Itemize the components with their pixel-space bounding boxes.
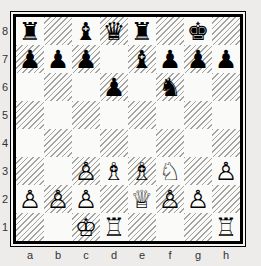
square-c7[interactable]: ♟ [72, 45, 100, 73]
square-d1[interactable]: ♖ [100, 213, 128, 241]
square-a5[interactable] [16, 101, 44, 129]
square-h4[interactable] [212, 129, 240, 157]
square-c1[interactable]: ♔ [72, 213, 100, 241]
square-g1[interactable] [184, 213, 212, 241]
square-a1[interactable] [16, 213, 44, 241]
rank-labels: 87654321 [0, 17, 10, 241]
square-d4[interactable] [100, 129, 128, 157]
square-e1[interactable] [128, 213, 156, 241]
black-pawn: ♟ [212, 45, 240, 73]
rank-label-3: 3 [0, 157, 10, 185]
square-g8[interactable]: ♚ [184, 17, 212, 45]
square-g2[interactable]: ♙ [184, 185, 212, 213]
square-b6[interactable] [44, 73, 72, 101]
black-rook: ♜ [128, 17, 156, 45]
black-pawn: ♟ [184, 45, 212, 73]
file-label-f: f [156, 248, 184, 264]
rank-label-6: 6 [0, 73, 10, 101]
square-b8[interactable] [44, 17, 72, 45]
square-f8[interactable] [156, 17, 184, 45]
square-g3[interactable] [184, 157, 212, 185]
white-queen: ♕ [128, 185, 156, 213]
rank-label-8: 8 [0, 17, 10, 45]
square-c4[interactable] [72, 129, 100, 157]
square-f4[interactable] [156, 129, 184, 157]
white-pawn: ♙ [184, 185, 212, 213]
white-king: ♔ [72, 213, 100, 241]
rank-label-4: 4 [0, 129, 10, 157]
square-f6[interactable]: ♞ [156, 73, 184, 101]
square-a4[interactable] [16, 129, 44, 157]
square-b5[interactable] [44, 101, 72, 129]
white-pawn: ♙ [72, 157, 100, 185]
square-c8[interactable]: ♝ [72, 17, 100, 45]
square-d2[interactable] [100, 185, 128, 213]
file-label-c: c [72, 248, 100, 264]
rank-label-2: 2 [0, 185, 10, 213]
square-c2[interactable]: ♙ [72, 185, 100, 213]
square-c6[interactable] [72, 73, 100, 101]
black-bishop: ♝ [128, 45, 156, 73]
white-pawn: ♙ [16, 185, 44, 213]
square-d3[interactable]: ♗ [100, 157, 128, 185]
square-c5[interactable] [72, 101, 100, 129]
black-pawn: ♟ [72, 45, 100, 73]
square-e8[interactable]: ♜ [128, 17, 156, 45]
file-label-e: e [128, 248, 156, 264]
square-d5[interactable] [100, 101, 128, 129]
square-d6[interactable]: ♟ [100, 73, 128, 101]
white-pawn: ♙ [72, 185, 100, 213]
white-knight: ♘ [156, 157, 184, 185]
page-background: 87654321 ♜♝♛♜♚♟♟♟♝♟♟♟♟♞♙♗♗♘♙♙♙♙♕♙♙♔♖♖ ab… [0, 0, 261, 266]
black-pawn: ♟ [44, 45, 72, 73]
white-rook: ♖ [100, 213, 128, 241]
white-pawn: ♙ [44, 185, 72, 213]
square-e4[interactable] [128, 129, 156, 157]
square-d8[interactable]: ♛ [100, 17, 128, 45]
square-e3[interactable]: ♗ [128, 157, 156, 185]
square-h5[interactable] [212, 101, 240, 129]
square-a8[interactable]: ♜ [16, 17, 44, 45]
white-pawn: ♙ [156, 185, 184, 213]
square-e5[interactable] [128, 101, 156, 129]
square-f1[interactable] [156, 213, 184, 241]
rank-label-5: 5 [0, 101, 10, 129]
black-queen: ♛ [100, 17, 128, 45]
square-f3[interactable]: ♘ [156, 157, 184, 185]
black-pawn: ♟ [100, 73, 128, 101]
square-h3[interactable]: ♙ [212, 157, 240, 185]
square-e2[interactable]: ♕ [128, 185, 156, 213]
square-b7[interactable]: ♟ [44, 45, 72, 73]
square-g6[interactable] [184, 73, 212, 101]
file-label-d: d [100, 248, 128, 264]
white-pawn: ♙ [212, 157, 240, 185]
black-bishop: ♝ [72, 17, 100, 45]
file-label-g: g [184, 248, 212, 264]
square-f5[interactable] [156, 101, 184, 129]
white-rook: ♖ [212, 213, 240, 241]
square-b3[interactable] [44, 157, 72, 185]
square-a7[interactable]: ♟ [16, 45, 44, 73]
white-bishop: ♗ [128, 157, 156, 185]
board-grid: ♜♝♛♜♚♟♟♟♝♟♟♟♟♞♙♗♗♘♙♙♙♙♕♙♙♔♖♖ [16, 17, 240, 241]
file-labels: abcdefgh [16, 248, 240, 264]
square-h2[interactable] [212, 185, 240, 213]
square-e6[interactable] [128, 73, 156, 101]
square-h1[interactable]: ♖ [212, 213, 240, 241]
square-f7[interactable]: ♟ [156, 45, 184, 73]
square-h8[interactable] [212, 17, 240, 45]
square-g7[interactable]: ♟ [184, 45, 212, 73]
square-d7[interactable] [100, 45, 128, 73]
square-a3[interactable] [16, 157, 44, 185]
file-label-h: h [212, 248, 240, 264]
square-c3[interactable]: ♙ [72, 157, 100, 185]
black-king: ♚ [184, 17, 212, 45]
rank-label-7: 7 [0, 45, 10, 73]
black-pawn: ♟ [16, 45, 44, 73]
chess-board: ♜♝♛♜♚♟♟♟♝♟♟♟♟♞♙♗♗♘♙♙♙♙♕♙♙♔♖♖ [10, 11, 246, 247]
board-border: ♜♝♛♜♚♟♟♟♝♟♟♟♟♞♙♗♗♘♙♙♙♙♕♙♙♔♖♖ [13, 14, 243, 244]
white-bishop: ♗ [100, 157, 128, 185]
square-e7[interactable]: ♝ [128, 45, 156, 73]
black-pawn: ♟ [156, 45, 184, 73]
square-h6[interactable] [212, 73, 240, 101]
black-knight: ♞ [156, 73, 184, 101]
file-label-a: a [16, 248, 44, 264]
square-g5[interactable] [184, 101, 212, 129]
square-h7[interactable]: ♟ [212, 45, 240, 73]
square-a2[interactable]: ♙ [16, 185, 44, 213]
black-rook: ♜ [16, 17, 44, 45]
file-label-b: b [44, 248, 72, 264]
square-a6[interactable] [16, 73, 44, 101]
rank-label-1: 1 [0, 213, 10, 241]
square-b1[interactable] [44, 213, 72, 241]
square-f2[interactable]: ♙ [156, 185, 184, 213]
square-g4[interactable] [184, 129, 212, 157]
square-b2[interactable]: ♙ [44, 185, 72, 213]
square-b4[interactable] [44, 129, 72, 157]
